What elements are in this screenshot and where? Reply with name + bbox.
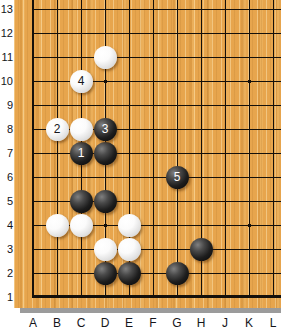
white-stone: [94, 46, 117, 69]
black-stone: [166, 262, 189, 285]
stones-layer: 13524: [21, 0, 281, 309]
move-number-label: 3: [102, 122, 109, 136]
row-label: 2: [0, 266, 13, 280]
col-label: J: [217, 316, 233, 330]
row-label: 9: [0, 98, 13, 112]
row-label: 7: [0, 146, 13, 160]
col-label: D: [97, 316, 113, 330]
black-stone: [94, 142, 117, 165]
row-label: 4: [0, 218, 13, 232]
col-label: G: [169, 316, 185, 330]
row-label: 6: [0, 170, 13, 184]
row-label: 5: [0, 194, 13, 208]
col-label: F: [145, 316, 161, 330]
white-stone: [118, 214, 141, 237]
col-label: A: [25, 316, 41, 330]
black-stone: [94, 190, 117, 213]
row-label: 1: [0, 290, 13, 304]
row-label: 10: [0, 74, 13, 88]
move-number-label: 4: [78, 74, 85, 88]
black-stone: [70, 190, 93, 213]
black-stone: [94, 262, 117, 285]
col-label: H: [193, 316, 209, 330]
white-stone: 2: [46, 118, 69, 141]
black-stone: [190, 238, 213, 261]
row-label: 12: [0, 26, 13, 40]
black-stone: [118, 262, 141, 285]
move-number-label: 2: [54, 122, 61, 136]
move-number-label: 5: [174, 170, 181, 184]
col-label: C: [73, 316, 89, 330]
col-label: K: [241, 316, 257, 330]
col-label: B: [49, 316, 65, 330]
white-stone: [118, 238, 141, 261]
col-label: L: [265, 316, 281, 330]
row-label: 13: [0, 2, 13, 16]
white-stone: [70, 214, 93, 237]
go-diagram: 13524 13121110987654321ABCDEFGHJKL: [0, 0, 281, 332]
row-label: 8: [0, 122, 13, 136]
row-label: 11: [0, 50, 13, 64]
white-stone: [46, 214, 69, 237]
row-label: 3: [0, 242, 13, 256]
move-number-label: 1: [78, 146, 85, 160]
black-stone: 1: [70, 142, 93, 165]
black-stone: 5: [166, 166, 189, 189]
white-stone: [70, 118, 93, 141]
white-stone: [94, 238, 117, 261]
col-label: E: [121, 316, 137, 330]
white-stone: 4: [70, 70, 93, 93]
black-stone: 3: [94, 118, 117, 141]
